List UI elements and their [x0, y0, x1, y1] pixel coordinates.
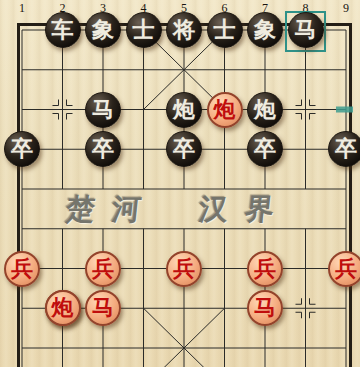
piece-black-chariot[interactable]: 车: [45, 12, 81, 48]
piece-black-elephant[interactable]: 象: [247, 12, 283, 48]
piece-black-horse[interactable]: 马: [288, 12, 324, 48]
piece-black-soldier[interactable]: 卒: [4, 131, 40, 167]
piece-red-soldier[interactable]: 兵: [247, 251, 283, 287]
piece-red-horse[interactable]: 马: [247, 290, 283, 326]
piece-black-soldier[interactable]: 卒: [328, 131, 360, 167]
piece-black-cannon[interactable]: 炮: [247, 92, 283, 128]
piece-red-soldier[interactable]: 兵: [4, 251, 40, 287]
river-label-han: 汉界: [197, 192, 293, 226]
piece-red-soldier[interactable]: 兵: [85, 251, 121, 287]
piece-red-cannon[interactable]: 炮: [207, 92, 243, 128]
piece-black-elephant[interactable]: 象: [85, 12, 121, 48]
piece-black-soldier[interactable]: 卒: [166, 131, 202, 167]
piece-black-general[interactable]: 将: [166, 12, 202, 48]
river-label-chu: 楚河: [64, 192, 160, 226]
piece-red-soldier[interactable]: 兵: [328, 251, 360, 287]
piece-black-advisor[interactable]: 士: [126, 12, 162, 48]
column-label-1: 1: [15, 1, 29, 16]
piece-black-advisor[interactable]: 士: [207, 12, 243, 48]
piece-red-horse[interactable]: 马: [85, 290, 121, 326]
xiangqi-board: 楚河 汉界 123456789 车象士将士象马马炮炮炮卒卒卒卒卒兵兵兵兵兵炮马马…: [0, 0, 360, 367]
column-label-9: 9: [339, 1, 353, 16]
piece-red-cannon[interactable]: 炮: [45, 290, 81, 326]
piece-black-soldier[interactable]: 卒: [85, 131, 121, 167]
piece-red-soldier[interactable]: 兵: [166, 251, 202, 287]
piece-black-horse[interactable]: 马: [85, 92, 121, 128]
piece-black-soldier[interactable]: 卒: [247, 131, 283, 167]
piece-black-cannon[interactable]: 炮: [166, 92, 202, 128]
